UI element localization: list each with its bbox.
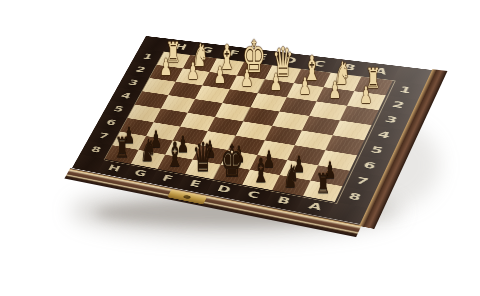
coordinate-label: F [161,174,175,183]
coordinate-label: A [372,67,388,76]
coordinate-label: A [307,201,324,211]
coordinate-label: 2 [134,66,147,74]
coordinate-label: H [106,164,121,173]
coordinate-label: D [216,184,232,194]
coordinate-label: 8 [90,145,103,154]
coordinate-label: C [312,60,327,69]
coordinate-label: 2 [391,100,406,109]
clasp-keyhole [183,195,191,199]
coordinate-label: 5 [369,145,384,155]
coordinate-label: G [133,169,148,178]
coordinate-label: 7 [97,132,110,141]
coordinate-label: B [342,63,358,72]
coordinate-label: 4 [120,92,133,100]
coordinate-label: 1 [141,53,154,61]
coordinate-label: B [276,196,292,206]
coordinate-label: E [188,179,202,188]
coordinate-label: F [227,50,240,58]
coordinate-label: D [282,56,298,65]
coordinate-label: 1 [398,86,413,95]
coordinate-label: G [199,46,214,54]
coordinate-label: 6 [105,118,118,126]
coordinate-label: 8 [347,192,363,202]
coordinate-label: E [255,53,269,61]
coordinate-label: H [173,43,188,51]
coordinate-label: 7 [354,176,370,186]
coordinate-label: 3 [384,115,399,124]
coordinate-label: 3 [127,79,140,87]
coordinate-label: C [246,190,261,200]
product-photo: HGFEDCBA1122334455667788HGFEDCBA ♜♞♝♛♚♝♞… [0,0,480,296]
coordinate-label: 6 [362,161,377,171]
coordinate-label: 4 [376,130,391,140]
coordinate-label: 5 [112,105,125,113]
